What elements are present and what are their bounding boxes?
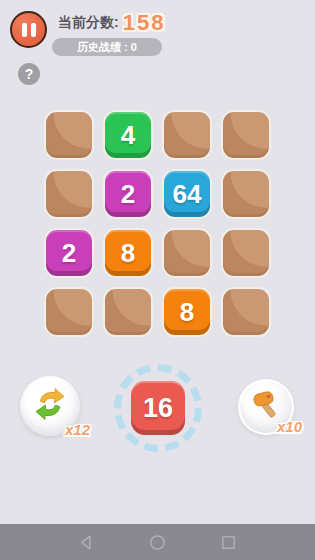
empty-cell[interactable]: [221, 110, 271, 160]
tile-64[interactable]: 64: [162, 169, 212, 219]
empty-cell[interactable]: [221, 287, 271, 337]
tile-2[interactable]: 2: [103, 169, 153, 219]
score-value: 158: [123, 10, 166, 36]
recents-square-icon: [220, 534, 237, 551]
empty-cell[interactable]: [44, 287, 94, 337]
game-screen: 当前分数: 158 历史战绩 : 0 ? 4264288 x12 16 x10: [0, 0, 315, 560]
empty-cell[interactable]: [44, 169, 94, 219]
tile-8[interactable]: 8: [103, 228, 153, 278]
tile-2[interactable]: 2: [44, 228, 94, 278]
next-tile-ring: 16: [114, 364, 202, 452]
tile-4[interactable]: 4: [103, 110, 153, 160]
pause-button[interactable]: [10, 11, 47, 48]
board: 4264288: [44, 110, 271, 337]
hammer-count: x10: [277, 418, 302, 435]
back-triangle-icon: [78, 534, 95, 551]
nav-recents-button[interactable]: [219, 533, 238, 552]
empty-cell[interactable]: [221, 228, 271, 278]
home-circle-icon: [149, 534, 166, 551]
score-row: 当前分数: 158: [58, 10, 165, 36]
tile-value: 64: [173, 181, 202, 207]
swap-powerup-button[interactable]: x12: [20, 376, 80, 436]
empty-cell[interactable]: [162, 228, 212, 278]
nav-back-button[interactable]: [77, 533, 96, 552]
next-tile-value: 16: [143, 393, 173, 424]
swap-count: x12: [65, 421, 90, 438]
next-tile[interactable]: 16: [131, 381, 185, 435]
tile-value: 2: [121, 181, 135, 207]
pause-icon: [22, 23, 27, 37]
tile-8[interactable]: 8: [162, 287, 212, 337]
hammer-powerup-button[interactable]: x10: [238, 379, 294, 435]
android-nav-bar: [0, 524, 315, 560]
tile-value: 4: [121, 122, 135, 148]
tile-value: 8: [180, 299, 194, 325]
tile-value: 8: [121, 240, 135, 266]
history-score-badge: 历史战绩 : 0: [52, 38, 162, 56]
empty-cell[interactable]: [162, 110, 212, 160]
empty-cell[interactable]: [103, 287, 153, 337]
empty-cell[interactable]: [44, 110, 94, 160]
empty-cell[interactable]: [221, 169, 271, 219]
score-label: 当前分数:: [58, 14, 119, 32]
nav-home-button[interactable]: [148, 533, 167, 552]
help-button[interactable]: ?: [18, 63, 40, 85]
tile-value: 2: [62, 240, 76, 266]
